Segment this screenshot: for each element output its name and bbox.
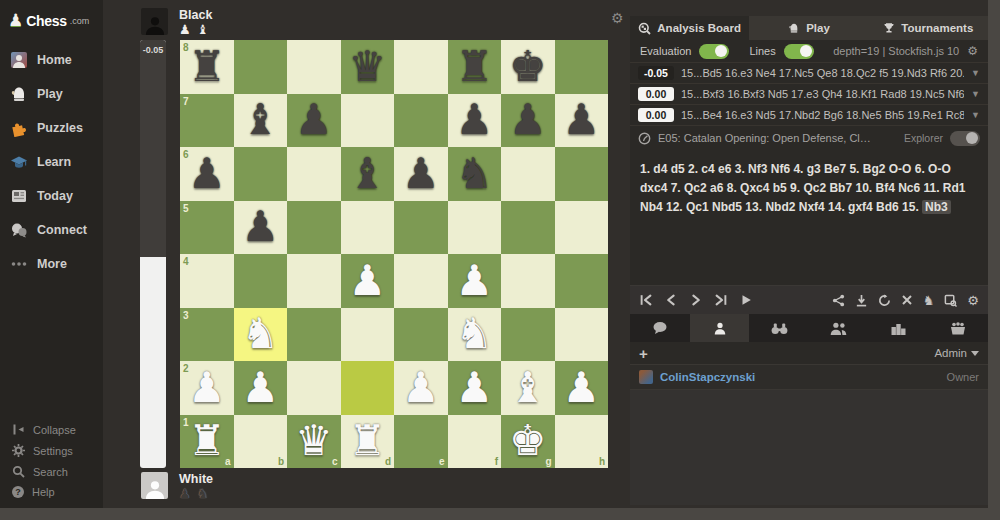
engine-line-moves: 15...Be4 16.e3 Nd5 17.Nbd2 Bg6 18.Ne5 Bh… <box>681 109 964 121</box>
footer-label: Search <box>33 466 68 478</box>
player-top: Black ♟ ♝ <box>141 8 212 37</box>
ellipsis-icon <box>10 255 28 273</box>
square-h6[interactable] <box>555 147 609 201</box>
file-label: h <box>599 456 605 467</box>
square-h4[interactable] <box>555 254 609 308</box>
newspaper-icon <box>10 187 28 205</box>
footer-label: Collapse <box>33 424 76 436</box>
square-g6[interactable] <box>501 147 555 201</box>
black-avatar[interactable] <box>141 8 168 35</box>
board-settings-gear-icon[interactable]: ⚙ <box>611 10 624 26</box>
square-b4[interactable] <box>234 254 288 308</box>
tab-label: Tournaments <box>901 22 973 34</box>
square-f8[interactable]: ♜ <box>448 40 502 94</box>
square-e4[interactable] <box>394 254 448 308</box>
square-a7[interactable]: 7 <box>180 94 234 148</box>
square-e3[interactable] <box>394 308 448 362</box>
setup-pieces-icon[interactable]: ♞ <box>923 294 935 307</box>
engine-eval-badge: 0.00 <box>638 108 674 122</box>
piece-d4[interactable]: ♟ <box>341 254 395 308</box>
square-c2[interactable] <box>287 361 341 415</box>
sidebar: ♟ Chess .com Home Play <box>0 0 103 508</box>
download-icon[interactable] <box>855 294 868 307</box>
square-h1[interactable]: h <box>555 415 609 469</box>
square-e7[interactable] <box>394 94 448 148</box>
sidebar-item-label: Puzzles <box>37 121 83 135</box>
white-avatar[interactable] <box>141 472 168 499</box>
autoplay-button[interactable] <box>739 293 753 307</box>
current-move[interactable]: Nb3 <box>922 200 951 214</box>
piece-g2[interactable]: ♝ <box>501 361 555 415</box>
collapse-icon <box>12 423 25 436</box>
social-tabs <box>630 314 988 342</box>
sidebar-item-puzzles[interactable]: Puzzles <box>0 111 103 145</box>
sidebar-item-label: More <box>37 257 67 271</box>
engine-line-moves: 15...Bxf3 16.Bxf3 Nd5 17.e3 Qh4 18.Kf1 R… <box>681 88 964 100</box>
analysis-board-icon <box>638 22 651 35</box>
play-glove-icon <box>788 22 800 34</box>
role-filter-dropdown[interactable]: Admin <box>934 347 979 359</box>
tab-standings[interactable] <box>869 314 929 342</box>
home-photo-icon <box>10 51 28 69</box>
square-c6[interactable] <box>287 147 341 201</box>
square-d8[interactable]: ♛ <box>341 40 395 94</box>
tab-play[interactable]: Play <box>749 16 868 40</box>
engine-line-2[interactable]: 0.00 15...Bxf3 16.Bxf3 Nd5 17.e3 Qh4 18.… <box>630 83 988 104</box>
logo-pawn-icon: ♟ <box>8 12 23 29</box>
sidebar-item-label: Home <box>37 53 72 67</box>
person-silhouette-icon <box>144 479 166 499</box>
piece-f2[interactable]: ♟ <box>448 361 502 415</box>
chevron-down-icon[interactable]: ▼ <box>971 89 980 99</box>
graduation-cap-icon <box>10 153 28 171</box>
first-move-button[interactable] <box>639 293 653 307</box>
square-c7[interactable]: ♟ <box>287 94 341 148</box>
add-member-button[interactable]: + <box>639 346 648 361</box>
square-c5[interactable] <box>287 201 341 255</box>
sidebar-item-play[interactable]: Play <box>0 77 103 111</box>
black-captured-pieces: ♟ ♝ <box>179 22 212 37</box>
square-a8[interactable]: 8♜ <box>180 40 234 94</box>
last-move-button[interactable] <box>714 293 728 307</box>
piece-a2[interactable]: ♟ <box>180 361 234 415</box>
person-icon <box>713 321 727 335</box>
play-glove-icon <box>10 85 28 103</box>
opening-row: E05: Catalan Opening: Open Defense, Clas… <box>630 125 988 150</box>
tab-theater[interactable] <box>928 314 988 342</box>
previous-move-button[interactable] <box>664 293 678 307</box>
gear-icon <box>12 444 25 457</box>
piece-f8[interactable]: ♜ <box>448 40 502 94</box>
rank-label: 5 <box>183 203 189 214</box>
square-h2[interactable]: ♟ <box>555 361 609 415</box>
piece-h7[interactable]: ♟ <box>555 94 609 148</box>
square-a4[interactable]: 4 <box>180 254 234 308</box>
piece-b2[interactable]: ♟ <box>234 361 288 415</box>
piece-a6[interactable]: ♟ <box>180 147 234 201</box>
sidebar-item-learn[interactable]: Learn <box>0 145 103 179</box>
engine-toggles-row: Evaluation Lines depth=19 | Stockfish.js… <box>630 40 988 62</box>
evaluation-toggle[interactable] <box>699 44 729 59</box>
lines-toggle-label: Lines <box>749 45 775 57</box>
square-d5[interactable] <box>341 201 395 255</box>
move-navigation-row: ♞ ⚙ <box>630 285 988 314</box>
square-a6[interactable]: 6♟ <box>180 147 234 201</box>
piece-b3[interactable]: ♞ <box>234 308 288 362</box>
search-icon <box>12 465 25 478</box>
piece-a8[interactable]: ♜ <box>180 40 234 94</box>
chesscom-logo[interactable]: ♟ Chess .com <box>0 0 103 43</box>
evaluation-bar-black-section <box>140 40 166 257</box>
square-c3[interactable] <box>287 308 341 362</box>
board-area: Black ♟ ♝ -0.05 8♜♛♜♚7♝♟♟♟♟6♟♝♟♞5♟4♟♟3♞♞… <box>103 0 630 508</box>
evaluation-toggle-label: Evaluation <box>640 45 691 57</box>
square-a1[interactable]: 1a♜ <box>180 415 234 469</box>
sidebar-item-label: Learn <box>37 155 71 169</box>
piece-f6[interactable]: ♞ <box>448 147 502 201</box>
file-label: b <box>278 456 284 467</box>
logo-wordmark: Chess <box>26 13 67 29</box>
square-d1[interactable]: d♜ <box>341 415 395 469</box>
square-b5[interactable]: ♟ <box>234 201 288 255</box>
square-f4[interactable]: ♟ <box>448 254 502 308</box>
logo-tld: .com <box>70 16 90 26</box>
move-list[interactable]: 1. d4 d5 2. c4 e6 3. Nf3 Nf6 4. g3 Be7 5… <box>630 150 988 285</box>
chess-board[interactable]: 8♜♛♜♚7♝♟♟♟♟6♟♝♟♞5♟4♟♟3♞♞2♟♟♟♟♝♟1a♜bc♛d♜e… <box>180 40 608 468</box>
piece-g7[interactable]: ♟ <box>501 94 555 148</box>
sidebar-item-label: Today <box>37 189 73 203</box>
square-d4[interactable]: ♟ <box>341 254 395 308</box>
square-g8[interactable]: ♚ <box>501 40 555 94</box>
person-silhouette-icon <box>144 15 166 35</box>
square-d6[interactable]: ♝ <box>341 147 395 201</box>
help-button[interactable]: ? Help <box>0 482 103 502</box>
tab-members[interactable] <box>690 314 750 342</box>
square-c1[interactable]: c♛ <box>287 415 341 469</box>
square-b8[interactable] <box>234 40 288 94</box>
white-player-name[interactable]: White <box>179 472 213 486</box>
square-a5[interactable]: 5 <box>180 201 234 255</box>
square-g1[interactable]: g♚ <box>501 415 555 469</box>
square-g3[interactable] <box>501 308 555 362</box>
member-controls-row: + Admin <box>630 342 988 365</box>
square-b2[interactable]: ♟ <box>234 361 288 415</box>
close-icon[interactable] <box>901 294 913 306</box>
piece-f7[interactable]: ♟ <box>448 94 502 148</box>
piece-g1[interactable]: ♚ <box>501 415 555 469</box>
piece-f3[interactable]: ♞ <box>448 308 502 362</box>
app-window: ♟ Chess .com Home Play <box>0 0 988 508</box>
rank-label: 7 <box>183 96 189 107</box>
tab-chat[interactable] <box>630 314 690 342</box>
tab-players[interactable] <box>809 314 869 342</box>
engine-settings-gear-icon[interactable]: ⚙ <box>967 44 978 58</box>
opening-name[interactable]: E05: Catalan Opening: Open Defense, Clas… <box>658 132 876 144</box>
square-e1[interactable]: e <box>394 415 448 469</box>
piece-d8[interactable]: ♛ <box>341 40 395 94</box>
piece-d1[interactable]: ♜ <box>341 415 395 469</box>
square-e2[interactable]: ♟ <box>394 361 448 415</box>
square-a2[interactable]: 2♟ <box>180 361 234 415</box>
rank-label: 4 <box>183 256 189 267</box>
explorer-toggle[interactable] <box>950 131 980 146</box>
piece-g8[interactable]: ♚ <box>501 40 555 94</box>
evaluation-bar: -0.05 <box>140 40 166 468</box>
role-filter-label: Admin <box>934 347 967 359</box>
panel-settings-gear-icon[interactable]: ⚙ <box>967 294 979 307</box>
square-g5[interactable] <box>501 201 555 255</box>
white-captured-pieces: ♟ ♞ <box>179 486 213 501</box>
piece-a1[interactable]: ♜ <box>180 415 234 469</box>
square-c8[interactable] <box>287 40 341 94</box>
sidebar-item-label: Play <box>37 87 63 101</box>
square-f5[interactable] <box>448 201 502 255</box>
square-f7[interactable]: ♟ <box>448 94 502 148</box>
file-label: f <box>495 456 498 467</box>
square-h7[interactable]: ♟ <box>555 94 609 148</box>
podium-standings-icon <box>891 322 906 335</box>
tab-spectators[interactable] <box>749 314 809 342</box>
sidebar-footer: Collapse Settings Search ? <box>0 419 103 502</box>
player-bottom: White ♟ ♞ <box>141 472 213 501</box>
member-avatar[interactable] <box>639 370 653 384</box>
search-button[interactable]: Search <box>0 461 103 482</box>
collapse-button[interactable]: Collapse <box>0 419 103 440</box>
square-e5[interactable] <box>394 201 448 255</box>
people-icon <box>830 322 847 335</box>
square-h3[interactable] <box>555 308 609 362</box>
evaluation-value: -0.05 <box>140 45 166 55</box>
piece-f4[interactable]: ♟ <box>448 254 502 308</box>
flip-board-icon[interactable] <box>878 294 891 307</box>
square-e6[interactable]: ♟ <box>394 147 448 201</box>
tab-analysis-board[interactable]: Analysis Board <box>630 16 749 40</box>
engine-eval-badge: -0.05 <box>638 66 674 80</box>
square-e8[interactable] <box>394 40 448 94</box>
trophy-icon <box>883 22 895 34</box>
square-d2[interactable] <box>341 361 395 415</box>
sidebar-item-label: Connect <box>37 223 87 237</box>
member-row: ColinStapczynski Owner <box>630 365 988 390</box>
sidebar-item-today[interactable]: Today <box>0 179 103 213</box>
square-d7[interactable] <box>341 94 395 148</box>
sidebar-item-more[interactable]: More <box>0 247 103 281</box>
square-b3[interactable]: ♞ <box>234 308 288 362</box>
member-username[interactable]: ColinStapczynski <box>660 371 755 383</box>
member-list-empty-area <box>630 390 988 505</box>
square-h8[interactable] <box>555 40 609 94</box>
square-b1[interactable]: b <box>234 415 288 469</box>
square-d3[interactable] <box>341 308 395 362</box>
binoculars-icon <box>771 322 788 335</box>
panel-tabs: Analysis Board Play Tournaments <box>630 16 988 40</box>
tab-tournaments[interactable]: Tournaments <box>869 16 988 40</box>
explorer-toggle-label: Explorer <box>904 132 943 144</box>
audience-box-icon <box>950 322 966 335</box>
footer-label: Settings <box>33 445 73 457</box>
piece-e6[interactable]: ♟ <box>394 147 448 201</box>
engine-line-3[interactable]: 0.00 15...Be4 16.e3 Nd5 17.Nbd2 Bg6 18.N… <box>630 104 988 125</box>
next-move-button[interactable] <box>689 293 703 307</box>
engine-eval-badge: 0.00 <box>638 87 674 101</box>
tab-label: Analysis Board <box>657 22 741 34</box>
opening-book-compass-icon <box>638 132 651 145</box>
speech-bubbles-icon <box>10 221 28 239</box>
share-icon[interactable] <box>832 294 845 307</box>
move-list-text[interactable]: 1. d4 d5 2. c4 e6 3. Nf3 Nf6 4. g3 Be7 5… <box>640 162 966 214</box>
piece-d6[interactable]: ♝ <box>341 147 395 201</box>
square-f6[interactable]: ♞ <box>448 147 502 201</box>
piece-b5[interactable]: ♟ <box>234 201 288 255</box>
rank-label: 3 <box>183 310 189 321</box>
piece-e2[interactable]: ♟ <box>394 361 448 415</box>
file-label: e <box>439 456 445 467</box>
game-report-icon[interactable] <box>944 294 957 307</box>
piece-h2[interactable]: ♟ <box>555 361 609 415</box>
square-b6[interactable] <box>234 147 288 201</box>
tab-label: Play <box>806 22 830 34</box>
piece-c7[interactable]: ♟ <box>287 94 341 148</box>
analysis-panel: Analysis Board Play Tournaments <box>630 16 988 505</box>
chevron-down-icon[interactable]: ▼ <box>971 68 980 78</box>
footer-label: Help <box>32 486 55 498</box>
sidebar-item-connect[interactable]: Connect <box>0 213 103 247</box>
square-a3[interactable]: 3 <box>180 308 234 362</box>
square-f2[interactable]: ♟ <box>448 361 502 415</box>
square-b7[interactable]: ♝ <box>234 94 288 148</box>
square-f3[interactable]: ♞ <box>448 308 502 362</box>
square-g4[interactable] <box>501 254 555 308</box>
piece-b7[interactable]: ♝ <box>234 94 288 148</box>
square-g2[interactable]: ♝ <box>501 361 555 415</box>
lines-toggle[interactable] <box>784 44 814 59</box>
square-g7[interactable]: ♟ <box>501 94 555 148</box>
chevron-down-icon <box>971 350 979 356</box>
sidebar-item-home[interactable]: Home <box>0 43 103 77</box>
member-role-badge: Owner <box>947 371 979 383</box>
square-c4[interactable] <box>287 254 341 308</box>
engine-status: depth=19 | Stockfish.js 10 <box>833 45 959 57</box>
chevron-down-icon[interactable]: ▼ <box>971 110 980 120</box>
engine-line-1[interactable]: -0.05 15...Bd5 16.e3 Ne4 17.Nc5 Qe8 18.Q… <box>630 62 988 83</box>
settings-button[interactable]: Settings <box>0 440 103 461</box>
puzzle-piece-icon <box>10 119 28 137</box>
engine-line-moves: 15...Bd5 16.e3 Ne4 17.Nc5 Qe8 18.Qc2 f5 … <box>681 67 964 79</box>
piece-c1[interactable]: ♛ <box>287 415 341 469</box>
square-f1[interactable]: f <box>448 415 502 469</box>
chat-bubble-icon <box>652 321 668 335</box>
black-player-name[interactable]: Black <box>179 8 212 22</box>
help-icon: ? <box>12 486 24 498</box>
square-h5[interactable] <box>555 201 609 255</box>
